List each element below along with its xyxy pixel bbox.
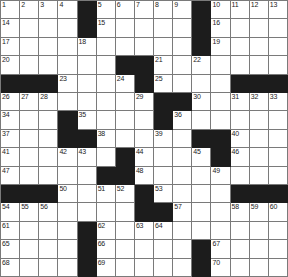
cell-r13c9[interactable]: 64 bbox=[154, 222, 173, 240]
cell-r1c4[interactable]: 4 bbox=[58, 1, 77, 19]
cell-r4c2[interactable] bbox=[20, 56, 39, 74]
cell-r14c4[interactable] bbox=[58, 240, 77, 258]
cell-r14c7[interactable] bbox=[116, 240, 135, 258]
cell-r15c9[interactable] bbox=[154, 259, 173, 277]
cell-r3c12[interactable]: 19 bbox=[211, 38, 230, 56]
cell-r2c6[interactable]: 15 bbox=[97, 19, 116, 37]
cell-r1c14[interactable]: 12 bbox=[250, 1, 269, 19]
cell-r5c11[interactable] bbox=[192, 75, 211, 93]
cell-r15c8[interactable] bbox=[135, 259, 154, 277]
cell-r12c3[interactable]: 56 bbox=[39, 203, 58, 221]
cell-r14c3[interactable] bbox=[39, 240, 58, 258]
cell-r12c4[interactable] bbox=[58, 203, 77, 221]
black-cell-r5c1 bbox=[1, 75, 20, 93]
cell-r7c3[interactable] bbox=[39, 111, 58, 129]
cell-r7c7[interactable] bbox=[116, 111, 135, 129]
cell-r1c3[interactable]: 3 bbox=[39, 1, 58, 19]
clue-number: 11 bbox=[232, 1, 239, 9]
black-cell-r11c14 bbox=[250, 185, 269, 203]
clue-number: 16 bbox=[212, 19, 219, 27]
clue-number: 12 bbox=[251, 1, 258, 9]
cell-r8c2[interactable] bbox=[20, 130, 39, 148]
cell-r12c1[interactable]: 54 bbox=[1, 203, 20, 221]
black-cell-r11c13 bbox=[231, 185, 250, 203]
clue-number: 52 bbox=[117, 185, 124, 193]
cell-r15c2[interactable] bbox=[20, 259, 39, 277]
clue-number: 15 bbox=[98, 19, 105, 27]
clue-number: 33 bbox=[270, 93, 277, 101]
cell-r4c5[interactable] bbox=[78, 56, 97, 74]
cell-r11c7[interactable]: 52 bbox=[116, 185, 135, 203]
cell-r7c2[interactable] bbox=[20, 111, 39, 129]
cell-r4c10[interactable] bbox=[173, 56, 192, 74]
black-cell-r2c5 bbox=[78, 19, 97, 37]
cell-r6c15[interactable]: 33 bbox=[269, 93, 288, 111]
cell-r5c4[interactable]: 23 bbox=[58, 75, 77, 93]
cell-r6c7[interactable] bbox=[116, 93, 135, 111]
black-cell-r3c11 bbox=[192, 38, 211, 56]
clue-number: 37 bbox=[2, 130, 9, 138]
clue-number: 18 bbox=[79, 38, 86, 46]
cell-r8c10[interactable] bbox=[173, 130, 192, 148]
cell-r14c1[interactable]: 65 bbox=[1, 240, 20, 258]
cell-r2c8[interactable] bbox=[135, 19, 154, 37]
cell-r6c6[interactable] bbox=[97, 93, 116, 111]
cell-r4c12[interactable] bbox=[211, 56, 230, 74]
clue-number: 50 bbox=[59, 185, 66, 193]
clue-number: 64 bbox=[155, 222, 162, 230]
cell-r15c3[interactable] bbox=[39, 259, 58, 277]
cell-r13c11[interactable] bbox=[192, 222, 211, 240]
black-cell-r11c2 bbox=[20, 185, 39, 203]
cell-r3c5[interactable]: 18 bbox=[78, 38, 97, 56]
cell-r1c12[interactable]: 10 bbox=[211, 1, 230, 19]
cell-r14c10[interactable] bbox=[173, 240, 192, 258]
cell-r9c9[interactable] bbox=[154, 148, 173, 166]
cell-r8c14[interactable] bbox=[250, 130, 269, 148]
cell-r15c10[interactable] bbox=[173, 259, 192, 277]
black-cell-r12c8 bbox=[135, 203, 154, 221]
cell-r3c1[interactable]: 17 bbox=[1, 38, 20, 56]
cell-r14c15[interactable] bbox=[269, 240, 288, 258]
cell-r12c11[interactable] bbox=[192, 203, 211, 221]
cell-r9c13[interactable]: 46 bbox=[231, 148, 250, 166]
cell-r7c10[interactable]: 36 bbox=[173, 111, 192, 129]
cell-r1c9[interactable]: 8 bbox=[154, 1, 173, 19]
cell-r7c12[interactable] bbox=[211, 111, 230, 129]
black-cell-r5c8 bbox=[135, 75, 154, 93]
cell-r4c3[interactable] bbox=[39, 56, 58, 74]
clue-number: 38 bbox=[98, 130, 105, 138]
black-cell-r5c14 bbox=[250, 75, 269, 93]
black-cell-r11c1 bbox=[1, 185, 20, 203]
cell-r9c2[interactable] bbox=[20, 148, 39, 166]
clue-number: 44 bbox=[136, 148, 143, 156]
cell-r8c6[interactable]: 38 bbox=[97, 130, 116, 148]
black-cell-r14c5 bbox=[78, 240, 97, 258]
black-cell-r1c11 bbox=[192, 1, 211, 19]
cell-r8c8[interactable] bbox=[135, 130, 154, 148]
black-cell-r5c15 bbox=[269, 75, 288, 93]
cell-r15c7[interactable] bbox=[116, 259, 135, 277]
cell-r9c4[interactable]: 42 bbox=[58, 148, 77, 166]
clue-number: 60 bbox=[270, 203, 277, 211]
cell-r4c11[interactable]: 22 bbox=[192, 56, 211, 74]
clue-number: 14 bbox=[2, 19, 9, 27]
cell-r15c6[interactable]: 69 bbox=[97, 259, 116, 277]
clue-number: 54 bbox=[2, 203, 9, 211]
clue-number: 20 bbox=[2, 56, 9, 64]
clue-number: 5 bbox=[98, 1, 102, 9]
cell-r13c8[interactable]: 63 bbox=[135, 222, 154, 240]
cell-r8c3[interactable] bbox=[39, 130, 58, 148]
cell-r14c6[interactable]: 66 bbox=[97, 240, 116, 258]
cell-r7c1[interactable]: 34 bbox=[1, 111, 20, 129]
black-cell-r5c2 bbox=[20, 75, 39, 93]
cell-r4c13[interactable] bbox=[231, 56, 250, 74]
clue-number: 62 bbox=[98, 222, 105, 230]
cell-r3c4[interactable] bbox=[58, 38, 77, 56]
cell-r13c1[interactable]: 61 bbox=[1, 222, 20, 240]
cell-r13c14[interactable] bbox=[250, 222, 269, 240]
cell-r3c8[interactable] bbox=[135, 38, 154, 56]
clue-number: 40 bbox=[232, 130, 239, 138]
cell-r10c5[interactable] bbox=[78, 167, 97, 185]
clue-number: 26 bbox=[2, 93, 9, 101]
clue-number: 1 bbox=[2, 1, 6, 9]
cell-r12c10[interactable]: 57 bbox=[173, 203, 192, 221]
cell-r3c7[interactable] bbox=[116, 38, 135, 56]
cell-r12c7[interactable] bbox=[116, 203, 135, 221]
cell-r7c8[interactable] bbox=[135, 111, 154, 129]
cell-r2c9[interactable] bbox=[154, 19, 173, 37]
cell-r6c12[interactable] bbox=[211, 93, 230, 111]
cell-r3c13[interactable] bbox=[231, 38, 250, 56]
cell-r10c8[interactable]: 48 bbox=[135, 167, 154, 185]
cell-r4c14[interactable] bbox=[250, 56, 269, 74]
cell-r1c2[interactable]: 2 bbox=[20, 1, 39, 19]
black-cell-r15c11 bbox=[192, 259, 211, 277]
cell-r1c1[interactable]: 1 bbox=[1, 1, 20, 19]
cell-r15c4[interactable] bbox=[58, 259, 77, 277]
cell-r13c15[interactable] bbox=[269, 222, 288, 240]
cell-r11c4[interactable]: 50 bbox=[58, 185, 77, 203]
cell-r10c1[interactable]: 47 bbox=[1, 167, 20, 185]
cell-r9c15[interactable] bbox=[269, 148, 288, 166]
cell-r10c10[interactable] bbox=[173, 167, 192, 185]
black-cell-r4c7 bbox=[116, 56, 135, 74]
cell-r4c6[interactable] bbox=[97, 56, 116, 74]
clue-number: 3 bbox=[40, 1, 44, 9]
clue-number: 43 bbox=[79, 148, 86, 156]
cell-r6c2[interactable]: 27 bbox=[20, 93, 39, 111]
clue-number: 6 bbox=[117, 1, 121, 9]
cell-r11c9[interactable]: 53 bbox=[154, 185, 173, 203]
clue-number: 22 bbox=[193, 56, 200, 64]
clue-number: 45 bbox=[193, 148, 200, 156]
cell-r7c11[interactable] bbox=[192, 111, 211, 129]
cell-r2c3[interactable] bbox=[39, 19, 58, 37]
cell-r3c9[interactable] bbox=[154, 38, 173, 56]
clue-number: 47 bbox=[2, 167, 9, 175]
cell-r9c8[interactable]: 44 bbox=[135, 148, 154, 166]
clue-number: 69 bbox=[98, 259, 105, 267]
cell-r14c2[interactable] bbox=[20, 240, 39, 258]
clue-number: 2 bbox=[21, 1, 25, 9]
cell-r6c5[interactable] bbox=[78, 93, 97, 111]
cell-r3c3[interactable] bbox=[39, 38, 58, 56]
clue-number: 13 bbox=[270, 1, 277, 9]
black-cell-r14c11 bbox=[192, 240, 211, 258]
clue-number: 49 bbox=[212, 167, 219, 175]
cell-r10c3[interactable] bbox=[39, 167, 58, 185]
cell-r14c8[interactable] bbox=[135, 240, 154, 258]
black-cell-r2c11 bbox=[192, 19, 211, 37]
clue-number: 67 bbox=[212, 240, 219, 248]
cell-r14c14[interactable] bbox=[250, 240, 269, 258]
clue-number: 51 bbox=[98, 185, 105, 193]
clue-number: 30 bbox=[193, 93, 200, 101]
cell-r7c5[interactable]: 35 bbox=[78, 111, 97, 129]
black-cell-r4c8 bbox=[135, 56, 154, 74]
cell-r10c4[interactable] bbox=[58, 167, 77, 185]
clue-number: 35 bbox=[79, 111, 86, 119]
cell-r13c13[interactable] bbox=[231, 222, 250, 240]
cell-r7c13[interactable] bbox=[231, 111, 250, 129]
clue-number: 27 bbox=[21, 93, 28, 101]
black-cell-r8c4 bbox=[58, 130, 77, 148]
cell-r15c12[interactable]: 70 bbox=[211, 259, 230, 277]
clue-number: 65 bbox=[2, 240, 9, 248]
black-cell-r15c5 bbox=[78, 259, 97, 277]
cell-r7c14[interactable] bbox=[250, 111, 269, 129]
cell-r8c7[interactable] bbox=[116, 130, 135, 148]
black-cell-r5c3 bbox=[39, 75, 58, 93]
cell-r5c12[interactable] bbox=[211, 75, 230, 93]
cell-r6c1[interactable]: 26 bbox=[1, 93, 20, 111]
clue-number: 56 bbox=[40, 203, 47, 211]
cell-r15c1[interactable]: 68 bbox=[1, 259, 20, 277]
clue-number: 32 bbox=[251, 93, 258, 101]
cell-r13c6[interactable]: 62 bbox=[97, 222, 116, 240]
clue-number: 61 bbox=[2, 222, 9, 230]
clue-number: 36 bbox=[174, 111, 181, 119]
cell-r13c10[interactable] bbox=[173, 222, 192, 240]
cell-r6c11[interactable]: 30 bbox=[192, 93, 211, 111]
cell-r4c4[interactable] bbox=[58, 56, 77, 74]
cell-r5c9[interactable]: 25 bbox=[154, 75, 173, 93]
cell-r10c2[interactable] bbox=[20, 167, 39, 185]
cell-r12c6[interactable] bbox=[97, 203, 116, 221]
cell-r12c12[interactable] bbox=[211, 203, 230, 221]
black-cell-r12c9 bbox=[154, 203, 173, 221]
clue-number: 29 bbox=[136, 93, 143, 101]
cell-r3c6[interactable] bbox=[97, 38, 116, 56]
clue-number: 48 bbox=[136, 167, 143, 175]
cell-r2c7[interactable] bbox=[116, 19, 135, 37]
cell-r3c15[interactable] bbox=[269, 38, 288, 56]
clue-number: 25 bbox=[155, 75, 162, 83]
cell-r14c9[interactable] bbox=[154, 240, 173, 258]
clue-number: 68 bbox=[2, 259, 9, 267]
crossword-board: 1234567891011121314151617181920212223242… bbox=[0, 0, 288, 277]
cell-r11c6[interactable]: 51 bbox=[97, 185, 116, 203]
clue-number: 59 bbox=[251, 203, 258, 211]
black-cell-r1c5 bbox=[78, 1, 97, 19]
black-cell-r8c11 bbox=[192, 130, 211, 148]
cell-r2c1[interactable]: 14 bbox=[1, 19, 20, 37]
cell-r10c9[interactable] bbox=[154, 167, 173, 185]
cell-r11c5[interactable] bbox=[78, 185, 97, 203]
cell-r3c10[interactable] bbox=[173, 38, 192, 56]
black-cell-r11c8 bbox=[135, 185, 154, 203]
cell-r6c14[interactable]: 32 bbox=[250, 93, 269, 111]
cell-r9c10[interactable] bbox=[173, 148, 192, 166]
clue-number: 7 bbox=[136, 1, 140, 9]
cell-r8c1[interactable]: 37 bbox=[1, 130, 20, 148]
cell-r3c14[interactable] bbox=[250, 38, 269, 56]
black-cell-r6c9 bbox=[154, 93, 173, 111]
cell-r7c15[interactable] bbox=[269, 111, 288, 129]
cell-r2c2[interactable] bbox=[20, 19, 39, 37]
cell-r14c12[interactable]: 67 bbox=[211, 240, 230, 258]
black-cell-r7c4 bbox=[58, 111, 77, 129]
cell-r13c7[interactable] bbox=[116, 222, 135, 240]
cell-r12c14[interactable]: 59 bbox=[250, 203, 269, 221]
cell-r13c12[interactable] bbox=[211, 222, 230, 240]
black-cell-r5c13 bbox=[231, 75, 250, 93]
clue-number: 57 bbox=[174, 203, 181, 211]
cell-r11c11[interactable] bbox=[192, 185, 211, 203]
cell-r11c12[interactable] bbox=[211, 185, 230, 203]
clue-number: 23 bbox=[59, 75, 66, 83]
cell-r2c14[interactable] bbox=[250, 19, 269, 37]
clue-number: 41 bbox=[2, 148, 9, 156]
black-cell-r6c10 bbox=[173, 93, 192, 111]
cell-r13c4[interactable] bbox=[58, 222, 77, 240]
cell-r1c8[interactable]: 7 bbox=[135, 1, 154, 19]
clue-number: 31 bbox=[232, 93, 239, 101]
clue-number: 70 bbox=[212, 259, 219, 267]
cell-r14c13[interactable] bbox=[231, 240, 250, 258]
clue-number: 19 bbox=[212, 38, 219, 46]
cell-r10c12[interactable]: 49 bbox=[211, 167, 230, 185]
cell-r9c6[interactable] bbox=[97, 148, 116, 166]
cell-r4c15[interactable] bbox=[269, 56, 288, 74]
cell-r6c13[interactable]: 31 bbox=[231, 93, 250, 111]
clue-number: 39 bbox=[155, 130, 162, 138]
cell-r5c5[interactable] bbox=[78, 75, 97, 93]
cell-r2c12[interactable]: 16 bbox=[211, 19, 230, 37]
black-cell-r13c5 bbox=[78, 222, 97, 240]
cell-r10c11[interactable] bbox=[192, 167, 211, 185]
cell-r15c13[interactable] bbox=[231, 259, 250, 277]
cell-r6c8[interactable]: 29 bbox=[135, 93, 154, 111]
black-cell-r11c15 bbox=[269, 185, 288, 203]
clue-number: 9 bbox=[174, 1, 178, 9]
cell-r10c13[interactable] bbox=[231, 167, 250, 185]
cell-r1c6[interactable]: 5 bbox=[97, 1, 116, 19]
cell-r15c15[interactable] bbox=[269, 259, 288, 277]
cell-r2c13[interactable] bbox=[231, 19, 250, 37]
black-cell-r7c9 bbox=[154, 111, 173, 129]
cell-r2c10[interactable] bbox=[173, 19, 192, 37]
black-cell-r9c12 bbox=[211, 148, 230, 166]
black-cell-r11c3 bbox=[39, 185, 58, 203]
clue-number: 17 bbox=[2, 38, 9, 46]
cell-r8c9[interactable]: 39 bbox=[154, 130, 173, 148]
black-cell-r10c6 bbox=[97, 167, 116, 185]
clue-number: 24 bbox=[117, 75, 124, 83]
clue-number: 21 bbox=[155, 56, 162, 64]
black-cell-r8c5 bbox=[78, 130, 97, 148]
cell-r1c15[interactable]: 13 bbox=[269, 1, 288, 19]
clue-number: 28 bbox=[40, 93, 47, 101]
cell-r9c11[interactable]: 45 bbox=[192, 148, 211, 166]
cell-r9c14[interactable] bbox=[250, 148, 269, 166]
cell-r8c13[interactable]: 40 bbox=[231, 130, 250, 148]
cell-r2c4[interactable] bbox=[58, 19, 77, 37]
clue-number: 58 bbox=[232, 203, 239, 211]
cell-r13c3[interactable] bbox=[39, 222, 58, 240]
black-cell-r9c7 bbox=[116, 148, 135, 166]
cell-r5c6[interactable] bbox=[97, 75, 116, 93]
clue-number: 63 bbox=[136, 222, 143, 230]
cell-r9c1[interactable]: 41 bbox=[1, 148, 20, 166]
cell-r4c9[interactable]: 21 bbox=[154, 56, 173, 74]
cell-r8c15[interactable] bbox=[269, 130, 288, 148]
clue-number: 4 bbox=[59, 1, 63, 9]
cell-r10c15[interactable] bbox=[269, 167, 288, 185]
cell-r15c14[interactable] bbox=[250, 259, 269, 277]
cell-r1c7[interactable]: 6 bbox=[116, 1, 135, 19]
cell-r13c2[interactable] bbox=[20, 222, 39, 240]
clue-number: 10 bbox=[212, 1, 219, 9]
cell-r6c3[interactable]: 28 bbox=[39, 93, 58, 111]
cell-r10c14[interactable] bbox=[250, 167, 269, 185]
cell-r6c4[interactable] bbox=[58, 93, 77, 111]
cell-r9c5[interactable]: 43 bbox=[78, 148, 97, 166]
cell-r3c2[interactable] bbox=[20, 38, 39, 56]
cell-r4c1[interactable]: 20 bbox=[1, 56, 20, 74]
clue-number: 66 bbox=[98, 240, 105, 248]
clue-number: 53 bbox=[155, 185, 162, 193]
clue-number: 46 bbox=[232, 148, 239, 156]
cell-r2c15[interactable] bbox=[269, 19, 288, 37]
cell-r9c3[interactable] bbox=[39, 148, 58, 166]
cell-r12c2[interactable]: 55 bbox=[20, 203, 39, 221]
clue-number: 8 bbox=[155, 1, 159, 9]
cell-r1c10[interactable]: 9 bbox=[173, 1, 192, 19]
cell-r7c6[interactable] bbox=[97, 111, 116, 129]
cell-r12c13[interactable]: 58 bbox=[231, 203, 250, 221]
cell-r5c7[interactable]: 24 bbox=[116, 75, 135, 93]
clue-number: 34 bbox=[2, 111, 9, 119]
cell-r1c13[interactable]: 11 bbox=[231, 1, 250, 19]
cell-r11c10[interactable] bbox=[173, 185, 192, 203]
black-cell-r10c7 bbox=[116, 167, 135, 185]
clue-number: 42 bbox=[59, 148, 66, 156]
cell-r5c10[interactable] bbox=[173, 75, 192, 93]
clue-number: 55 bbox=[21, 203, 28, 211]
cell-r12c15[interactable]: 60 bbox=[269, 203, 288, 221]
cell-r12c5[interactable] bbox=[78, 203, 97, 221]
black-cell-r8c12 bbox=[211, 130, 230, 148]
